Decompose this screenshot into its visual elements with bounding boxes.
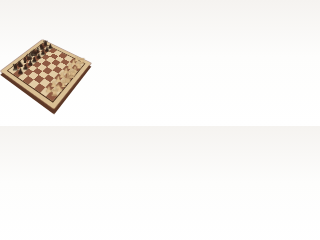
board-square: ♞	[71, 64, 80, 71]
product-photo-background: { "game": "chess", "scene_label": "woode…	[0, 0, 95, 126]
board-square: ♜	[75, 61, 84, 68]
chess-board: ♜♞♝♛♚♝♞♜♟♟♟♟♟♟♟♟♟♟♟♟♟♟♟♟♜♞♝♛♚♝♞♜	[1, 40, 91, 109]
board-grid: ♜♞♝♛♚♝♞♜♟♟♟♟♟♟♟♟♟♟♟♟♟♟♟♟♜♞♝♛♚♝♞♜	[7, 43, 86, 103]
